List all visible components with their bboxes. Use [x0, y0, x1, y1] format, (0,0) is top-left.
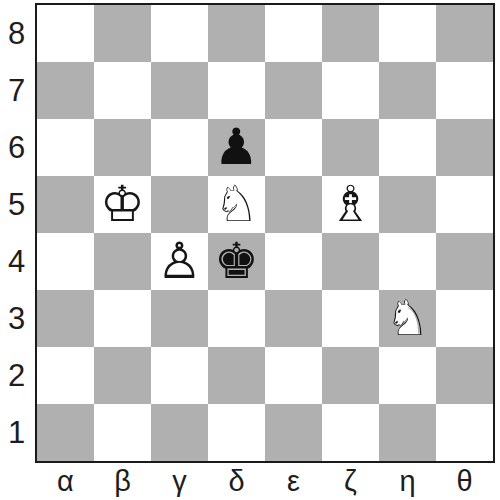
square-ε6[interactable] [265, 119, 322, 176]
rank-label-6: 6 [0, 119, 33, 176]
square-α3[interactable] [37, 290, 94, 347]
square-θ8[interactable] [436, 5, 493, 62]
black-pawn-δ6: ♟ [208, 119, 265, 176]
square-β1[interactable] [94, 404, 151, 461]
piece-outline-glyph: ♘ [379, 290, 436, 347]
square-δ8[interactable] [208, 5, 265, 62]
square-θ5[interactable] [436, 176, 493, 233]
square-α4[interactable] [37, 233, 94, 290]
square-ζ4[interactable] [322, 233, 379, 290]
square-θ3[interactable] [436, 290, 493, 347]
file-label-η: η [379, 463, 436, 499]
square-γ2[interactable] [151, 347, 208, 404]
file-label-γ: γ [151, 463, 208, 499]
square-ζ8[interactable] [322, 5, 379, 62]
square-α6[interactable] [37, 119, 94, 176]
square-δ4[interactable]: ♚ [208, 233, 265, 290]
square-θ2[interactable] [436, 347, 493, 404]
file-label-β: β [94, 463, 151, 499]
rank-label-1: 1 [0, 404, 33, 461]
square-ε4[interactable] [265, 233, 322, 290]
white-bishop-ζ5: ♝♗ [322, 176, 379, 233]
square-ζ2[interactable] [322, 347, 379, 404]
square-ε2[interactable] [265, 347, 322, 404]
square-η7[interactable] [379, 62, 436, 119]
rank-label-2: 2 [0, 347, 33, 404]
square-ζ1[interactable] [322, 404, 379, 461]
square-γ5[interactable] [151, 176, 208, 233]
square-η8[interactable] [379, 5, 436, 62]
square-γ8[interactable] [151, 5, 208, 62]
square-η4[interactable] [379, 233, 436, 290]
square-ζ6[interactable] [322, 119, 379, 176]
square-β7[interactable] [94, 62, 151, 119]
square-δ5[interactable]: ♞♘ [208, 176, 265, 233]
square-δ1[interactable] [208, 404, 265, 461]
square-ε5[interactable] [265, 176, 322, 233]
square-ε8[interactable] [265, 5, 322, 62]
square-η3[interactable]: ♞♘ [379, 290, 436, 347]
piece-glyph: ♟ [208, 119, 265, 176]
white-knight-δ5: ♞♘ [208, 176, 265, 233]
file-label-δ: δ [208, 463, 265, 499]
square-η6[interactable] [379, 119, 436, 176]
square-θ7[interactable] [436, 62, 493, 119]
piece-glyph: ♚ [208, 233, 265, 290]
piece-outline-glyph: ♘ [208, 176, 265, 233]
piece-outline-glyph: ♗ [322, 176, 379, 233]
square-γ1[interactable] [151, 404, 208, 461]
white-king-β5: ♚♔ [94, 176, 151, 233]
square-ζ7[interactable] [322, 62, 379, 119]
chess-diagram: 87654321 ♟♚♔♞♘♝♗♟♙♚♞♘ αβγδεζηθ [0, 0, 500, 500]
square-α8[interactable] [37, 5, 94, 62]
square-θ4[interactable] [436, 233, 493, 290]
square-δ6[interactable]: ♟ [208, 119, 265, 176]
rank-label-8: 8 [0, 5, 33, 62]
file-label-α: α [37, 463, 94, 499]
rank-label-4: 4 [0, 233, 33, 290]
square-γ7[interactable] [151, 62, 208, 119]
square-β2[interactable] [94, 347, 151, 404]
square-ζ3[interactable] [322, 290, 379, 347]
square-θ6[interactable] [436, 119, 493, 176]
black-king-δ4: ♚ [208, 233, 265, 290]
square-η2[interactable] [379, 347, 436, 404]
file-label-ζ: ζ [322, 463, 379, 499]
square-ε7[interactable] [265, 62, 322, 119]
square-β8[interactable] [94, 5, 151, 62]
rank-label-3: 3 [0, 290, 33, 347]
square-ε1[interactable] [265, 404, 322, 461]
rank-labels: 87654321 [0, 5, 33, 461]
square-θ1[interactable] [436, 404, 493, 461]
white-pawn-γ4: ♟♙ [151, 233, 208, 290]
square-ε3[interactable] [265, 290, 322, 347]
square-γ4[interactable]: ♟♙ [151, 233, 208, 290]
square-α5[interactable] [37, 176, 94, 233]
white-knight-η3: ♞♘ [379, 290, 436, 347]
file-label-θ: θ [436, 463, 493, 499]
square-δ7[interactable] [208, 62, 265, 119]
piece-outline-glyph: ♙ [151, 233, 208, 290]
rank-label-5: 5 [0, 176, 33, 233]
file-labels: αβγδεζηθ [37, 463, 493, 499]
piece-outline-glyph: ♔ [94, 176, 151, 233]
square-δ2[interactable] [208, 347, 265, 404]
square-η5[interactable] [379, 176, 436, 233]
rank-label-7: 7 [0, 62, 33, 119]
square-α7[interactable] [37, 62, 94, 119]
square-β3[interactable] [94, 290, 151, 347]
square-β5[interactable]: ♚♔ [94, 176, 151, 233]
square-δ3[interactable] [208, 290, 265, 347]
square-γ3[interactable] [151, 290, 208, 347]
square-α2[interactable] [37, 347, 94, 404]
chess-board: ♟♚♔♞♘♝♗♟♙♚♞♘ [35, 3, 495, 463]
square-β6[interactable] [94, 119, 151, 176]
square-ζ5[interactable]: ♝♗ [322, 176, 379, 233]
file-label-ε: ε [265, 463, 322, 499]
square-α1[interactable] [37, 404, 94, 461]
square-β4[interactable] [94, 233, 151, 290]
square-γ6[interactable] [151, 119, 208, 176]
square-η1[interactable] [379, 404, 436, 461]
